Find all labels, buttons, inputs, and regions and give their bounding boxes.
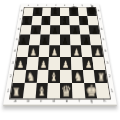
black-pawn-piece[interactable]: ♟ xyxy=(70,26,80,34)
black-pawn-piece[interactable]: ♟ xyxy=(19,37,29,46)
black-pawn-piece[interactable]: ♟ xyxy=(50,26,60,34)
square-c1[interactable]: ♝ xyxy=(35,83,48,98)
white-bishop-piece[interactable]: ♝ xyxy=(35,86,47,98)
rank-label-right-7: 7 xyxy=(99,19,101,21)
square-d4[interactable]: ♟ xyxy=(49,45,60,57)
rank-label-right-4: 4 xyxy=(104,49,106,52)
square-f4[interactable]: ♟ xyxy=(70,45,81,57)
square-c5[interactable]: ♟ xyxy=(39,35,50,46)
white-pawn-piece[interactable]: ♟ xyxy=(15,60,26,69)
rank-label-right-6: 6 xyxy=(101,28,103,31)
black-pawn-piece[interactable]: ♟ xyxy=(60,37,70,46)
white-rook-piece[interactable]: ♜ xyxy=(10,87,22,98)
square-d2[interactable]: ♝ xyxy=(48,69,60,83)
square-h8[interactable]: ♚ xyxy=(87,8,97,16)
square-d1[interactable] xyxy=(48,83,60,98)
square-d7[interactable] xyxy=(50,16,60,25)
black-pawn-piece[interactable]: ♟ xyxy=(30,26,40,34)
square-h5[interactable] xyxy=(90,35,102,46)
square-e7[interactable]: ♝ xyxy=(60,16,70,25)
perspective-wrapper: abcdefgh abcdefgh 87654321 87654321 ♜♝♛♚… xyxy=(3,0,117,106)
rank-label-1: 1 xyxy=(6,90,9,94)
black-knight-piece[interactable]: ♞ xyxy=(79,16,89,25)
white-pawn-piece[interactable]: ♟ xyxy=(28,48,39,57)
square-e6[interactable] xyxy=(60,25,70,35)
square-c4[interactable] xyxy=(38,45,49,57)
square-b6[interactable]: ♟ xyxy=(30,25,41,35)
file-label-d: d xyxy=(53,99,55,103)
black-bishop-piece[interactable]: ♝ xyxy=(51,7,60,16)
white-bishop-piece[interactable]: ♝ xyxy=(48,71,60,83)
square-b2[interactable]: ♞ xyxy=(24,69,37,83)
square-f2[interactable]: ♞ xyxy=(71,69,83,83)
square-d3[interactable] xyxy=(49,57,60,70)
square-g5[interactable]: ♟ xyxy=(80,35,91,46)
file-label-g: g xyxy=(90,99,93,103)
file-label-b: b xyxy=(27,99,30,103)
square-e3[interactable]: ♟ xyxy=(60,57,71,70)
file-label-f: f xyxy=(78,99,79,103)
square-e5[interactable]: ♟ xyxy=(60,35,70,46)
rank-label-right-2: 2 xyxy=(108,75,111,79)
square-h4[interactable]: ♟ xyxy=(91,45,103,57)
square-c2[interactable] xyxy=(36,69,48,83)
square-f8[interactable]: ♛ xyxy=(69,8,79,16)
file-label-a: a xyxy=(14,99,17,103)
square-h6[interactable]: ♟ xyxy=(89,25,100,35)
black-rook-piece[interactable]: ♜ xyxy=(22,16,32,24)
rank-label-right-8: 8 xyxy=(98,10,100,12)
black-pawn-piece[interactable]: ♟ xyxy=(81,37,91,46)
square-d5[interactable] xyxy=(50,35,60,46)
square-g4[interactable] xyxy=(81,45,93,57)
white-knight-piece[interactable]: ♞ xyxy=(24,71,36,83)
rank-label-right-1: 1 xyxy=(111,90,114,94)
square-g7[interactable]: ♞ xyxy=(78,16,88,25)
white-pawn-piece[interactable]: ♟ xyxy=(49,48,60,57)
white-pawn-piece[interactable]: ♟ xyxy=(71,48,82,57)
white-pawn-piece[interactable]: ♟ xyxy=(37,60,48,69)
black-knight-piece[interactable]: ♞ xyxy=(41,16,51,25)
square-a5[interactable]: ♟ xyxy=(19,35,31,46)
white-queen-piece[interactable]: ♛ xyxy=(60,84,72,99)
file-label-c: c xyxy=(40,99,42,103)
rank-label-right-3: 3 xyxy=(106,62,109,65)
square-d8[interactable]: ♝ xyxy=(51,8,60,16)
white-king-piece[interactable]: ♚ xyxy=(85,82,97,98)
square-a7[interactable]: ♜ xyxy=(22,16,33,25)
chess-mat: abcdefgh abcdefgh 87654321 87654321 ♜♝♛♚… xyxy=(3,4,117,106)
black-bishop-piece[interactable]: ♝ xyxy=(60,16,70,25)
black-rook-piece[interactable]: ♜ xyxy=(32,8,41,16)
square-f6[interactable]: ♟ xyxy=(70,25,80,35)
square-e1[interactable]: ♛ xyxy=(60,83,72,98)
black-pawn-piece[interactable]: ♟ xyxy=(90,26,100,34)
square-b4[interactable]: ♟ xyxy=(28,45,40,57)
board-grid: ♜♝♛♚♜♞♝♞♟♟♟♟♟♟♟♟♟♟♟♟♟♟♟♟♞♝♞♜♜♝♛♚ xyxy=(9,7,111,100)
square-c7[interactable]: ♞ xyxy=(41,16,51,25)
photo-canvas: abcdefgh abcdefgh 87654321 87654321 ♜♝♛♚… xyxy=(0,0,120,120)
file-label-e: e xyxy=(66,99,68,103)
black-king-piece[interactable]: ♚ xyxy=(88,4,97,16)
white-knight-piece[interactable]: ♞ xyxy=(72,71,84,83)
square-h7[interactable] xyxy=(88,16,99,25)
white-pawn-piece[interactable]: ♟ xyxy=(92,48,103,57)
square-d6[interactable]: ♟ xyxy=(50,25,60,35)
square-a1[interactable]: ♜ xyxy=(10,83,24,98)
rank-label-right-5: 5 xyxy=(102,38,104,41)
square-b8[interactable]: ♜ xyxy=(32,8,42,16)
square-f1[interactable] xyxy=(72,83,85,98)
square-e4[interactable] xyxy=(60,45,71,57)
square-e2[interactable] xyxy=(60,69,72,83)
white-pawn-piece[interactable]: ♟ xyxy=(83,60,94,69)
square-g1[interactable]: ♚ xyxy=(84,83,98,98)
white-pawn-piece[interactable]: ♟ xyxy=(60,60,71,69)
black-queen-piece[interactable]: ♛ xyxy=(69,5,78,16)
square-a3[interactable]: ♟ xyxy=(15,57,28,70)
file-label-h: h xyxy=(103,99,106,103)
square-c3[interactable]: ♟ xyxy=(37,57,49,70)
black-pawn-piece[interactable]: ♟ xyxy=(39,37,49,46)
scene: abcdefgh abcdefgh 87654321 87654321 ♜♝♛♚… xyxy=(3,0,117,106)
